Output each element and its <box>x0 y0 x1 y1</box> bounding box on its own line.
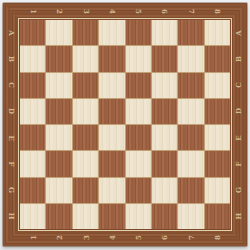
square-h5[interactable] <box>126 204 151 229</box>
square-c8[interactable] <box>205 73 230 98</box>
square-b2[interactable] <box>46 46 71 71</box>
square-a5[interactable] <box>126 20 151 45</box>
board-frame-left: ABCDEFGH <box>3 3 20 246</box>
square-c6[interactable] <box>152 73 177 98</box>
coords-top: 12345678 <box>20 3 230 20</box>
square-g6[interactable] <box>152 178 177 203</box>
square-e3[interactable] <box>73 125 98 150</box>
square-d6[interactable] <box>152 99 177 124</box>
square-a6[interactable] <box>152 20 177 45</box>
square-g5[interactable] <box>126 178 151 203</box>
square-d8[interactable] <box>205 99 230 124</box>
square-c3[interactable] <box>73 73 98 98</box>
square-e6[interactable] <box>152 125 177 150</box>
square-h1[interactable] <box>20 204 45 229</box>
coords-left: ABCDEFGH <box>3 20 20 229</box>
square-a7[interactable] <box>178 20 203 45</box>
square-h3[interactable] <box>73 204 98 229</box>
square-f1[interactable] <box>20 151 45 176</box>
square-c1[interactable] <box>20 73 45 98</box>
square-b7[interactable] <box>178 46 203 71</box>
square-b4[interactable] <box>99 46 124 71</box>
square-f7[interactable] <box>178 151 203 176</box>
square-e1[interactable] <box>20 125 45 150</box>
chess-board: 12345678 12345678 ABCDEFGH ABCDEFGH <box>3 3 247 246</box>
square-a2[interactable] <box>46 20 71 45</box>
board-squares <box>20 20 230 229</box>
square-h4[interactable] <box>99 204 124 229</box>
square-d7[interactable] <box>178 99 203 124</box>
square-f2[interactable] <box>46 151 71 176</box>
square-h2[interactable] <box>46 204 71 229</box>
square-c2[interactable] <box>46 73 71 98</box>
square-c5[interactable] <box>126 73 151 98</box>
board-frame-bottom: 12345678 <box>3 229 247 246</box>
square-b8[interactable] <box>205 46 230 71</box>
board-frame-top: 12345678 <box>3 3 247 20</box>
square-h8[interactable] <box>205 204 230 229</box>
square-g3[interactable] <box>73 178 98 203</box>
square-c4[interactable] <box>99 73 124 98</box>
square-f8[interactable] <box>205 151 230 176</box>
square-d1[interactable] <box>20 99 45 124</box>
square-a4[interactable] <box>99 20 124 45</box>
photo-background: 12345678 12345678 ABCDEFGH ABCDEFGH <box>0 0 250 250</box>
square-a3[interactable] <box>73 20 98 45</box>
square-c7[interactable] <box>178 73 203 98</box>
square-d5[interactable] <box>126 99 151 124</box>
square-b1[interactable] <box>20 46 45 71</box>
square-f5[interactable] <box>126 151 151 176</box>
board-frame-right: ABCDEFGH <box>230 3 247 246</box>
square-h7[interactable] <box>178 204 203 229</box>
square-e8[interactable] <box>205 125 230 150</box>
square-f4[interactable] <box>99 151 124 176</box>
square-g2[interactable] <box>46 178 71 203</box>
square-f6[interactable] <box>152 151 177 176</box>
square-g7[interactable] <box>178 178 203 203</box>
square-g4[interactable] <box>99 178 124 203</box>
square-a1[interactable] <box>20 20 45 45</box>
square-b6[interactable] <box>152 46 177 71</box>
square-d3[interactable] <box>73 99 98 124</box>
square-e7[interactable] <box>178 125 203 150</box>
square-g1[interactable] <box>20 178 45 203</box>
square-h6[interactable] <box>152 204 177 229</box>
square-b5[interactable] <box>126 46 151 71</box>
square-d2[interactable] <box>46 99 71 124</box>
coords-right: ABCDEFGH <box>230 20 247 229</box>
square-e5[interactable] <box>126 125 151 150</box>
square-e4[interactable] <box>99 125 124 150</box>
coords-bottom: 12345678 <box>20 229 230 246</box>
square-b3[interactable] <box>73 46 98 71</box>
square-e2[interactable] <box>46 125 71 150</box>
square-a8[interactable] <box>205 20 230 45</box>
square-g8[interactable] <box>205 178 230 203</box>
square-f3[interactable] <box>73 151 98 176</box>
square-d4[interactable] <box>99 99 124 124</box>
